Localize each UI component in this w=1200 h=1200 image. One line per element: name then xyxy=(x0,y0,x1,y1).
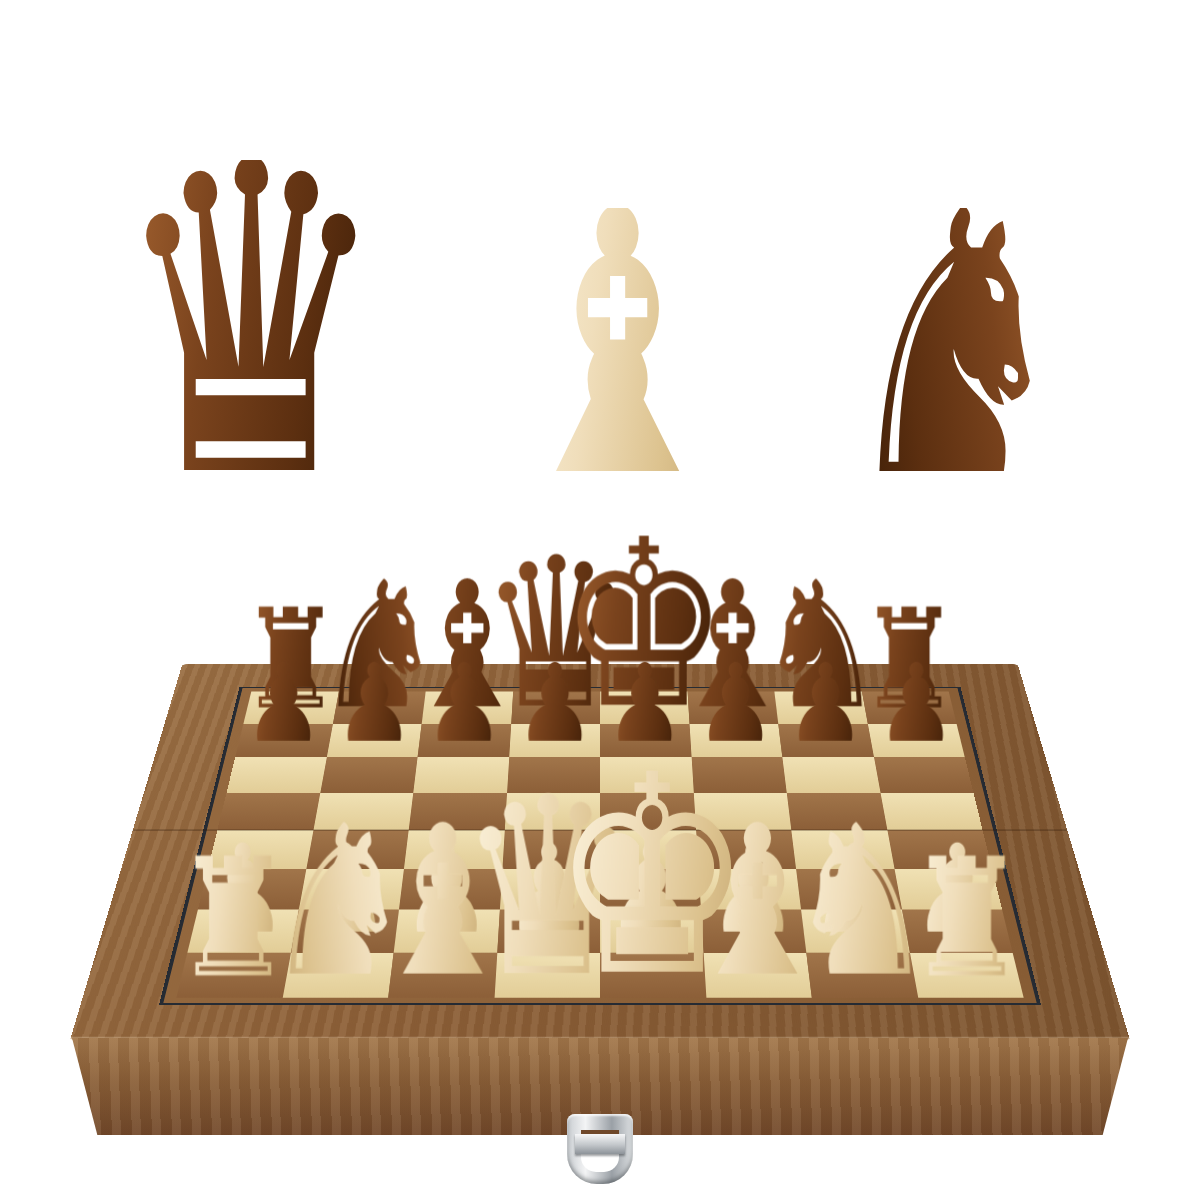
white-rook-h1[interactable]: ♜ xyxy=(906,836,1027,1000)
black-pawn-c7[interactable]: ♟ xyxy=(425,649,505,757)
square-g7[interactable]: ♟ xyxy=(778,724,873,758)
metal-clasp xyxy=(559,1112,641,1188)
clasp-pin xyxy=(575,1134,625,1154)
black-pawn-g7[interactable]: ♟ xyxy=(786,649,866,757)
square-h7[interactable]: ♟ xyxy=(867,724,964,758)
black-pawn-a7[interactable]: ♟ xyxy=(244,649,324,757)
product-photo-wooden-chess-set: { "game": "chess", "scene": "wooden fold… xyxy=(0,0,1200,1200)
board-frame: ♜♞♝♛♚♝♞♜♟♟♟♟♟♟♟♟♟♟♟♟♟♟♟♟♜♞♝♛♚♝♞♜ xyxy=(70,664,1130,1040)
board-scene: ♜♞♝♛♚♝♞♜♟♟♟♟♟♟♟♟♟♟♟♟♟♟♟♟♜♞♝♛♚♝♞♜ xyxy=(0,0,1200,1200)
board-grid: ♜♞♝♛♚♝♞♜♟♟♟♟♟♟♟♟♟♟♟♟♟♟♟♟♜♞♝♛♚♝♞♜ xyxy=(176,692,1023,998)
square-a7[interactable]: ♟ xyxy=(235,724,332,758)
square-g1[interactable]: ♞ xyxy=(806,953,917,998)
black-pawn-b7[interactable]: ♟ xyxy=(334,649,414,757)
black-pawn-h7[interactable]: ♟ xyxy=(876,649,956,757)
square-b7[interactable]: ♟ xyxy=(326,724,421,758)
pinstripe-border: ♜♞♝♛♚♝♞♜♟♟♟♟♟♟♟♟♟♟♟♟♟♟♟♟♜♞♝♛♚♝♞♜ xyxy=(159,687,1041,1005)
square-h1[interactable]: ♜ xyxy=(909,953,1023,998)
